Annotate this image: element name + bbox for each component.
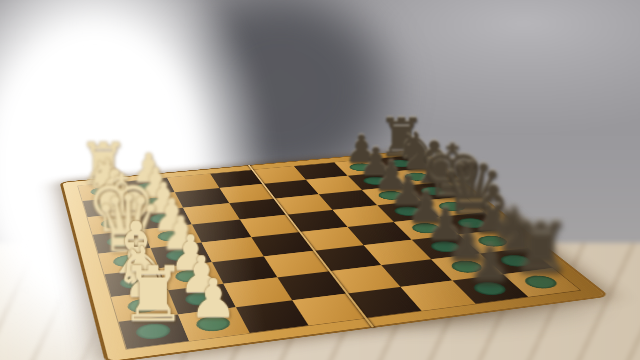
square-d4[interactable] bbox=[251, 232, 314, 256]
board-grid: ♜♟♟♜♞♟♟♞♝♟♟♝♚♟♟♚♛♟♟♛♝♟♟♝♞♟♟♞♜♟♟♜ bbox=[78, 155, 579, 349]
piece-black-rook[interactable]: ♜ bbox=[510, 216, 572, 282]
square-a1[interactable]: ♜ bbox=[119, 314, 189, 349]
chessboard-scene: ♜♟♟♜♞♟♟♞♝♟♟♝♚♟♟♚♛♟♟♛♝♟♟♝♞♟♟♞♜♟♟♜ bbox=[84, 16, 516, 360]
piece-white-pawn[interactable]: ♟ bbox=[189, 273, 237, 323]
piece-white-rook[interactable]: ♜ bbox=[119, 259, 187, 331]
photo-scene: ♜♟♟♜♞♟♟♞♝♟♟♝♚♟♟♚♛♟♟♛♝♟♟♝♞♟♟♞♜♟♟♜ bbox=[0, 0, 640, 360]
piece-black-pawn[interactable]: ♟ bbox=[468, 241, 512, 288]
